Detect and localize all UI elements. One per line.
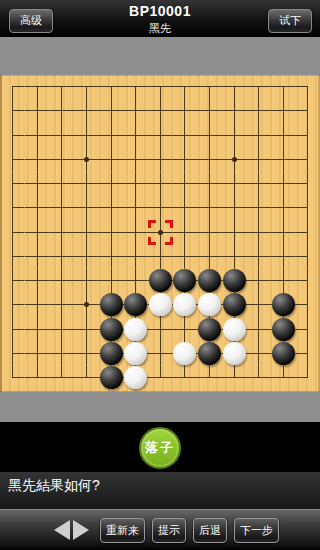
board-cell[interactable] [74, 317, 99, 341]
board-cell[interactable] [246, 366, 271, 390]
black-stone [149, 269, 172, 292]
board-cell[interactable] [25, 75, 50, 99]
board-cell[interactable] [296, 293, 320, 317]
board-cell[interactable] [123, 172, 148, 196]
action-panel: 落子 [0, 422, 320, 472]
board-cell[interactable] [246, 147, 271, 171]
white-stone [149, 293, 172, 316]
prev-arrow-icon[interactable] [54, 520, 70, 540]
board-cell[interactable] [50, 269, 75, 293]
board-cell[interactable] [123, 269, 148, 293]
board-cell[interactable] [123, 244, 148, 268]
board-cell[interactable] [173, 99, 198, 123]
board-cell[interactable] [99, 366, 124, 390]
board-cell[interactable] [246, 196, 271, 220]
board-cell[interactable] [0, 75, 25, 99]
board-cell[interactable] [222, 366, 247, 390]
board-cell[interactable] [99, 341, 124, 365]
board-cell[interactable] [148, 196, 173, 220]
board-cell[interactable] [148, 172, 173, 196]
app-screen: 高级 BP10001 黑先 试下 落子 黑先結果如何? 重新来 提示 后退 下一… [0, 0, 320, 550]
board-cell[interactable] [197, 293, 222, 317]
board-cell[interactable] [296, 123, 320, 147]
board-cell[interactable] [123, 147, 148, 171]
board-cell[interactable] [99, 293, 124, 317]
board-cell[interactable] [197, 123, 222, 147]
black-stone [272, 318, 295, 341]
board-cell[interactable] [25, 244, 50, 268]
board-cell[interactable] [222, 172, 247, 196]
board-cell[interactable] [222, 196, 247, 220]
board-cell[interactable] [296, 244, 320, 268]
board-cell[interactable] [222, 99, 247, 123]
black-stone [198, 342, 221, 365]
board-cell[interactable] [25, 366, 50, 390]
board-cell[interactable] [0, 147, 25, 171]
board-cell[interactable] [173, 244, 198, 268]
board-cell[interactable] [222, 341, 247, 365]
board-cell[interactable] [25, 172, 50, 196]
black-stone [100, 318, 123, 341]
board-grid [0, 75, 320, 390]
board-cell[interactable] [123, 196, 148, 220]
board-cell[interactable] [50, 196, 75, 220]
board-cell[interactable] [296, 172, 320, 196]
board-cell[interactable] [25, 341, 50, 365]
white-stone [124, 318, 147, 341]
board-cell[interactable] [222, 123, 247, 147]
board-cell[interactable] [50, 341, 75, 365]
try-move-button[interactable]: 试下 [268, 9, 312, 33]
board-cell[interactable] [50, 293, 75, 317]
board-cell[interactable] [173, 341, 198, 365]
place-stone-button[interactable]: 落子 [139, 427, 181, 469]
board-cell[interactable] [148, 269, 173, 293]
board-cell[interactable] [271, 317, 296, 341]
board-cell[interactable] [74, 99, 99, 123]
white-stone [198, 293, 221, 316]
white-stone [173, 293, 196, 316]
board-cell[interactable] [173, 196, 198, 220]
board-cell[interactable] [197, 147, 222, 171]
white-stone [124, 366, 147, 389]
go-board[interactable] [0, 75, 320, 392]
board-cell[interactable] [99, 172, 124, 196]
board-cell[interactable] [173, 317, 198, 341]
board-cell[interactable] [246, 220, 271, 244]
board-cell[interactable] [0, 220, 25, 244]
undo-button[interactable]: 后退 [193, 518, 227, 543]
board-cell[interactable] [296, 317, 320, 341]
move-cursor-marker [148, 220, 173, 245]
board-cell[interactable] [50, 75, 75, 99]
white-stone [223, 318, 246, 341]
star-point [84, 157, 89, 162]
problem-question-text: 黑先結果如何? [8, 477, 100, 495]
star-point [84, 302, 89, 307]
board-cell[interactable] [197, 220, 222, 244]
board-cell[interactable] [222, 293, 247, 317]
board-cell[interactable] [74, 147, 99, 171]
board-cell[interactable] [25, 147, 50, 171]
board-cell[interactable] [222, 147, 247, 171]
board-cell[interactable] [25, 123, 50, 147]
board-cell[interactable] [246, 341, 271, 365]
board-cell[interactable] [197, 341, 222, 365]
board-cell[interactable] [197, 244, 222, 268]
board-cell[interactable] [25, 220, 50, 244]
board-cell[interactable] [197, 99, 222, 123]
board-cell[interactable] [197, 366, 222, 390]
board-cell[interactable] [173, 366, 198, 390]
board-cell[interactable] [148, 293, 173, 317]
hint-button[interactable]: 提示 [152, 518, 186, 543]
board-cell[interactable] [148, 75, 173, 99]
board-cell[interactable] [50, 123, 75, 147]
board-cell[interactable] [99, 147, 124, 171]
board-cell[interactable] [148, 147, 173, 171]
board-cell[interactable] [222, 317, 247, 341]
board-cell[interactable] [0, 341, 25, 365]
board-cell[interactable] [173, 172, 198, 196]
black-stone [100, 366, 123, 389]
board-cell[interactable] [173, 269, 198, 293]
board-cell[interactable] [25, 196, 50, 220]
next-arrow-icon[interactable] [73, 520, 89, 540]
board-cell[interactable] [74, 196, 99, 220]
board-cell[interactable] [148, 220, 173, 244]
black-stone [100, 342, 123, 365]
board-cell[interactable] [50, 172, 75, 196]
board-cell[interactable] [271, 123, 296, 147]
board-cell[interactable] [74, 341, 99, 365]
board-cell[interactable] [74, 123, 99, 147]
board-cell[interactable] [296, 220, 320, 244]
board-cell[interactable] [296, 99, 320, 123]
board-cell[interactable] [0, 196, 25, 220]
board-cell[interactable] [0, 317, 25, 341]
board-cell[interactable] [271, 269, 296, 293]
board-cell[interactable] [99, 269, 124, 293]
board-cell[interactable] [246, 75, 271, 99]
board-cell[interactable] [246, 244, 271, 268]
board-cell[interactable] [0, 99, 25, 123]
black-stone [173, 269, 196, 292]
board-cell[interactable] [0, 293, 25, 317]
board-cell[interactable] [173, 220, 198, 244]
board-cell[interactable] [74, 244, 99, 268]
bottom-toolbar: 重新来 提示 后退 下一步 [0, 509, 320, 550]
board-cell[interactable] [271, 172, 296, 196]
board-cell[interactable] [148, 317, 173, 341]
board-cell[interactable] [74, 293, 99, 317]
board-cell[interactable] [0, 172, 25, 196]
letterbox-strip-top [0, 37, 320, 75]
board-cell[interactable] [25, 269, 50, 293]
title-bar: 高级 BP10001 黑先 试下 [0, 0, 320, 37]
black-stone [223, 293, 246, 316]
board-cell[interactable] [246, 172, 271, 196]
board-cell[interactable] [123, 123, 148, 147]
board-cell[interactable] [271, 244, 296, 268]
board-cell[interactable] [296, 269, 320, 293]
black-stone [223, 269, 246, 292]
board-cell[interactable] [99, 99, 124, 123]
board-cell[interactable] [74, 269, 99, 293]
board-cell[interactable] [296, 341, 320, 365]
board-cell[interactable] [173, 123, 198, 147]
board-cell[interactable] [246, 123, 271, 147]
board-cell[interactable] [197, 269, 222, 293]
board-cell[interactable] [74, 75, 99, 99]
white-stone [173, 342, 196, 365]
board-cell[interactable] [0, 269, 25, 293]
board-cell[interactable] [148, 99, 173, 123]
board-cell[interactable] [123, 75, 148, 99]
board-cell[interactable] [99, 75, 124, 99]
board-cell[interactable] [222, 269, 247, 293]
board-cell[interactable] [25, 317, 50, 341]
black-stone [272, 293, 295, 316]
black-stone [272, 342, 295, 365]
star-point [232, 157, 237, 162]
black-stone [198, 318, 221, 341]
board-cell[interactable] [123, 99, 148, 123]
board-cell[interactable] [74, 366, 99, 390]
board-cell[interactable] [0, 123, 25, 147]
board-cell[interactable] [271, 75, 296, 99]
restart-button[interactable]: 重新来 [100, 518, 145, 543]
board-cell[interactable] [25, 293, 50, 317]
board-cell[interactable] [271, 220, 296, 244]
board-cell[interactable] [296, 196, 320, 220]
board-cell[interactable] [74, 220, 99, 244]
board-cell[interactable] [0, 366, 25, 390]
board-cell[interactable] [50, 317, 75, 341]
board-cell[interactable] [123, 317, 148, 341]
board-cell[interactable] [246, 269, 271, 293]
board-cell[interactable] [173, 75, 198, 99]
board-cell[interactable] [197, 172, 222, 196]
board-cell[interactable] [99, 196, 124, 220]
board-cell[interactable] [271, 293, 296, 317]
board-cell[interactable] [246, 293, 271, 317]
board-cell[interactable] [222, 220, 247, 244]
board-cell[interactable] [50, 244, 75, 268]
board-cell[interactable] [296, 366, 320, 390]
board-cell[interactable] [99, 220, 124, 244]
black-stone [198, 269, 221, 292]
board-cell[interactable] [271, 196, 296, 220]
board-cell[interactable] [123, 366, 148, 390]
board-cell[interactable] [197, 317, 222, 341]
next-step-button[interactable]: 下一步 [234, 518, 279, 543]
message-bar: 黑先結果如何? [0, 472, 320, 509]
board-cell[interactable] [50, 147, 75, 171]
white-stone [223, 342, 246, 365]
board-cell[interactable] [25, 99, 50, 123]
board-cell[interactable] [296, 75, 320, 99]
board-cell[interactable] [173, 147, 198, 171]
board-cell[interactable] [148, 366, 173, 390]
board-cell[interactable] [173, 293, 198, 317]
board-cell[interactable] [296, 147, 320, 171]
board-cell[interactable] [271, 99, 296, 123]
board-cell[interactable] [50, 366, 75, 390]
board-cell[interactable] [246, 99, 271, 123]
board-cell[interactable] [50, 99, 75, 123]
board-cell[interactable] [197, 75, 222, 99]
black-stone [124, 293, 147, 316]
board-cell[interactable] [74, 172, 99, 196]
black-stone [100, 293, 123, 316]
board-cell[interactable] [123, 293, 148, 317]
board-cell[interactable] [271, 366, 296, 390]
board-cell[interactable] [50, 220, 75, 244]
board-cell[interactable] [197, 196, 222, 220]
board-cell[interactable] [222, 75, 247, 99]
white-stone [124, 342, 147, 365]
board-cell[interactable] [222, 244, 247, 268]
board-cell[interactable] [99, 123, 124, 147]
board-cell[interactable] [99, 244, 124, 268]
letterbox-strip-bottom [0, 392, 320, 422]
board-cell[interactable] [0, 244, 25, 268]
board-cell[interactable] [123, 341, 148, 365]
board-cell[interactable] [148, 341, 173, 365]
board-cell[interactable] [99, 317, 124, 341]
board-cell[interactable] [271, 147, 296, 171]
board-cell[interactable] [123, 220, 148, 244]
board-cell[interactable] [148, 244, 173, 268]
board-cell[interactable] [148, 123, 173, 147]
board-cell[interactable] [271, 341, 296, 365]
board-cell[interactable] [246, 317, 271, 341]
